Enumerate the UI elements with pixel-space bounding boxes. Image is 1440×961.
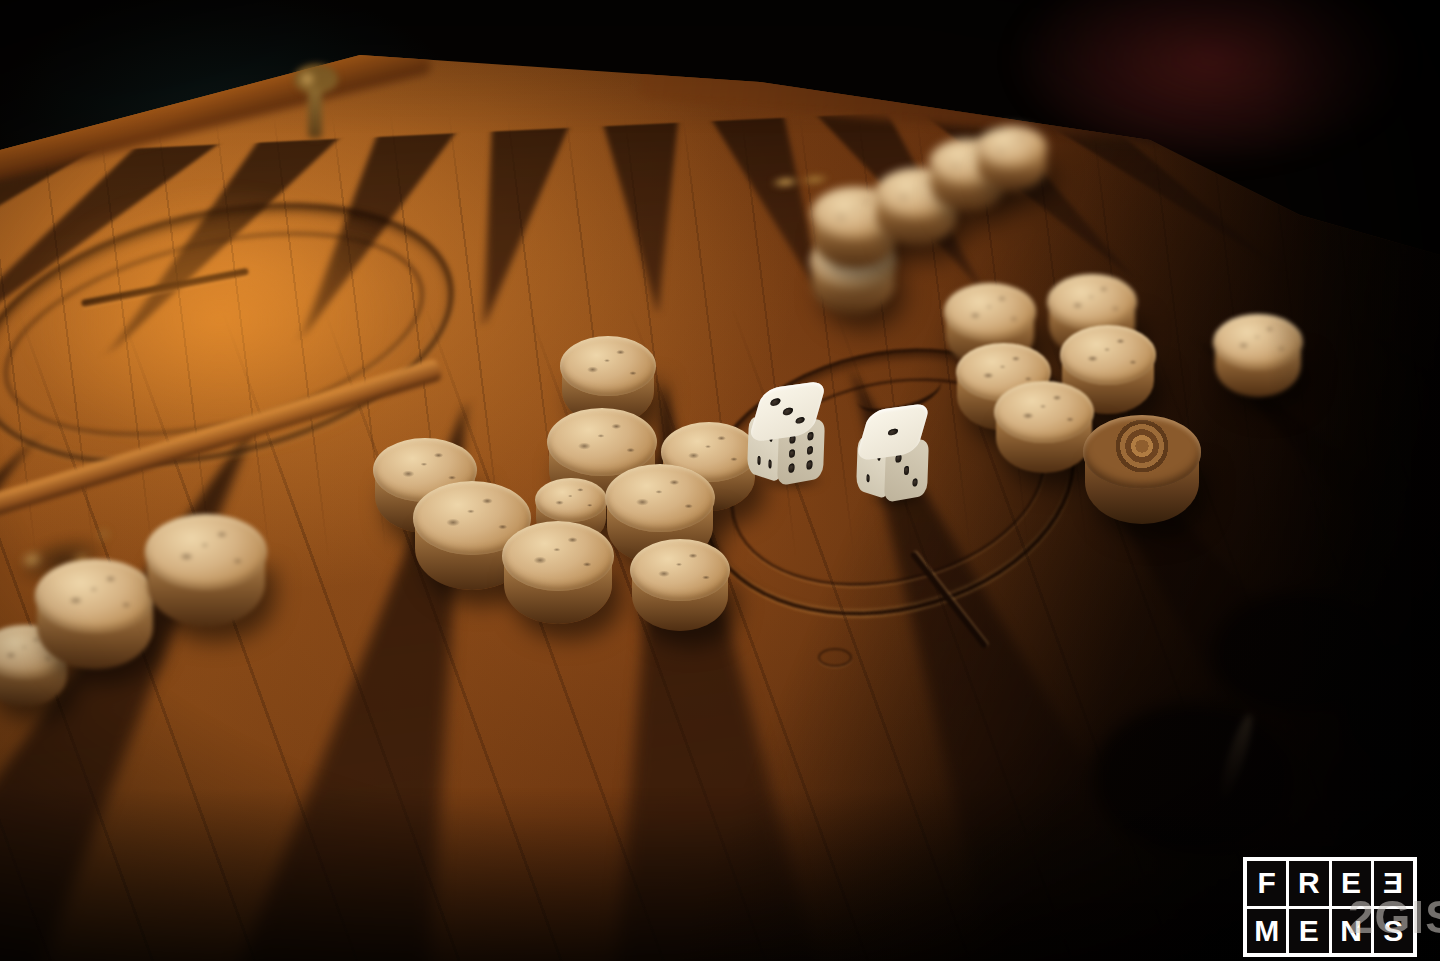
pip bbox=[866, 475, 869, 484]
checker[interactable] bbox=[977, 126, 1047, 190]
pip bbox=[807, 460, 813, 470]
gis-watermark: 2GIS bbox=[1348, 890, 1440, 944]
pip-slot bbox=[893, 478, 902, 493]
pip-slot bbox=[768, 457, 774, 472]
checker-top bbox=[1083, 415, 1201, 488]
checker-top bbox=[535, 478, 607, 523]
pip bbox=[807, 446, 813, 456]
checker-top bbox=[1047, 274, 1137, 330]
checker-top bbox=[35, 559, 155, 633]
checker-top bbox=[560, 336, 656, 396]
logo-letter: F bbox=[1257, 868, 1275, 898]
die[interactable] bbox=[858, 410, 930, 502]
checker[interactable] bbox=[994, 381, 1094, 473]
die[interactable] bbox=[750, 388, 826, 485]
logo-letter: E bbox=[1299, 916, 1319, 946]
logo-tile: F bbox=[1247, 861, 1286, 906]
pip bbox=[769, 398, 781, 406]
pip bbox=[788, 463, 794, 473]
checker[interactable] bbox=[1213, 314, 1303, 397]
logo-tile: R bbox=[1289, 861, 1328, 906]
pip-slot bbox=[805, 457, 815, 473]
pip-slot bbox=[896, 434, 914, 447]
logo-tile: E bbox=[1289, 909, 1328, 954]
pip bbox=[789, 449, 795, 459]
pip bbox=[769, 460, 773, 469]
checker-ring[interactable] bbox=[1083, 415, 1201, 524]
pip-slot bbox=[901, 477, 910, 492]
pip-slot bbox=[775, 416, 794, 430]
pip-slot bbox=[759, 418, 778, 432]
checker-top bbox=[630, 539, 730, 601]
checker[interactable] bbox=[145, 514, 267, 626]
pip-slot bbox=[875, 475, 880, 489]
pip bbox=[888, 428, 899, 436]
pip bbox=[895, 454, 901, 463]
logo-letter: M bbox=[1254, 916, 1279, 946]
checker-top bbox=[502, 521, 614, 590]
checker-top bbox=[994, 381, 1094, 443]
checker-top bbox=[1060, 325, 1156, 385]
backgammon-photo-scene: FREEMENS 2GIS bbox=[0, 0, 1440, 961]
checker-top bbox=[1213, 314, 1303, 370]
pip-slot bbox=[910, 475, 919, 490]
pip bbox=[912, 478, 918, 487]
pip bbox=[808, 432, 814, 442]
logo-letter: R bbox=[1298, 868, 1320, 898]
checker-top bbox=[145, 514, 267, 590]
pip-slot bbox=[790, 414, 809, 428]
checker-top bbox=[977, 126, 1047, 169]
pip bbox=[781, 407, 793, 415]
pip bbox=[794, 416, 806, 424]
checker[interactable] bbox=[35, 559, 155, 669]
logo-tile: M bbox=[1247, 909, 1286, 954]
pip bbox=[903, 466, 909, 475]
checker-top bbox=[944, 283, 1036, 340]
checker[interactable] bbox=[502, 521, 614, 624]
pieces-layer bbox=[0, 0, 1440, 961]
checker-top bbox=[605, 464, 715, 532]
checker[interactable] bbox=[630, 539, 730, 631]
